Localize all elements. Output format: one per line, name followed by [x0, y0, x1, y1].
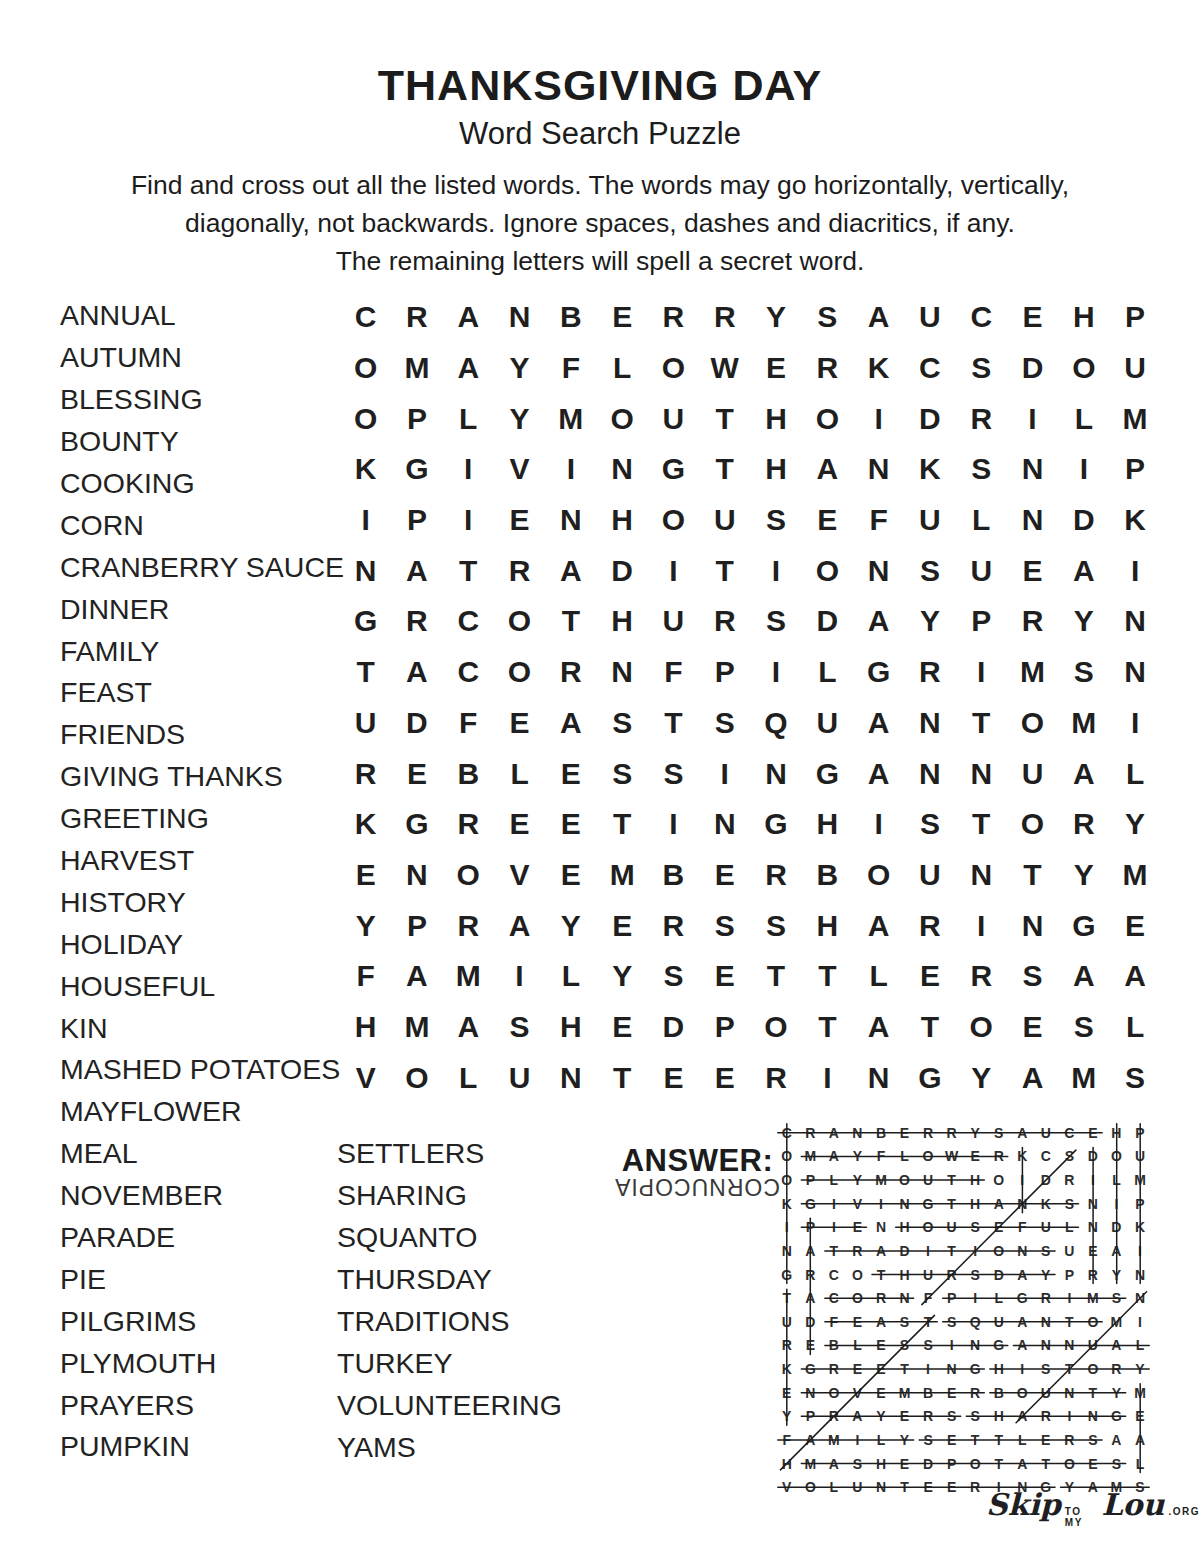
grid-cell-r16c14[interactable]: A [1007, 1052, 1058, 1103]
grid-cell-r13c13[interactable]: I [956, 900, 1007, 951]
grid-cell-r1c10[interactable]: S [802, 292, 853, 343]
answer-cell-r4c14: N [1081, 1192, 1105, 1216]
grid-cell-r3c1[interactable]: O [340, 393, 391, 444]
grid-cell-r10c8[interactable]: I [699, 748, 750, 799]
grid-cell-r8c11[interactable]: G [853, 647, 904, 698]
grid-cell-r8c9[interactable]: I [750, 647, 801, 698]
grid-cell-r16c12[interactable]: G [904, 1052, 955, 1103]
grid-cell-r14c13[interactable]: R [956, 951, 1007, 1002]
grid-cell-r14c11[interactable]: L [853, 951, 904, 1002]
answer-cell-r11c7: I [916, 1357, 940, 1381]
grid-cell-r16c11[interactable]: N [853, 1052, 904, 1103]
word-item-feast: FEAST [60, 672, 344, 714]
grid-cell-r10c1[interactable]: R [340, 748, 391, 799]
grid-cell-r13c12[interactable]: R [904, 900, 955, 951]
grid-cell-r3c4[interactable]: Y [494, 393, 545, 444]
grid-cell-r11c13[interactable]: T [956, 799, 1007, 850]
grid-cell-r3c10[interactable]: O [802, 393, 853, 444]
grid-cell-r5c5[interactable]: N [545, 495, 596, 546]
grid-cell-r4c1[interactable]: K [340, 444, 391, 495]
grid-cell-r5c13[interactable]: L [956, 495, 1007, 546]
grid-cell-r12c14[interactable]: T [1007, 850, 1058, 901]
grid-cell-r12c5[interactable]: E [545, 850, 596, 901]
grid-cell-r7c2[interactable]: R [391, 596, 442, 647]
grid-cell-r4c14[interactable]: N [1007, 444, 1058, 495]
grid-cell-r1c8[interactable]: R [699, 292, 750, 343]
grid-cell-r9c11[interactable]: A [853, 698, 904, 749]
grid-cell-r2c14[interactable]: D [1007, 343, 1058, 394]
grid-cell-r13c11[interactable]: A [853, 900, 904, 951]
grid-cell-r1c12[interactable]: U [904, 292, 955, 343]
grid-cell-r8c6[interactable]: N [596, 647, 647, 698]
grid-cell-r10c16[interactable]: L [1109, 748, 1160, 799]
grid-cell-r2c6[interactable]: L [596, 343, 647, 394]
grid-cell-r10c10[interactable]: G [802, 748, 853, 799]
grid-cell-r3c5[interactable]: M [545, 393, 596, 444]
grid-cell-r6c6[interactable]: D [596, 545, 647, 596]
grid-cell-r5c10[interactable]: E [802, 495, 853, 546]
grid-cell-r11c1[interactable]: K [340, 799, 391, 850]
grid-cell-r4c2[interactable]: G [391, 444, 442, 495]
grid-cell-r12c1[interactable]: E [340, 850, 391, 901]
grid-cell-r7c1[interactable]: G [340, 596, 391, 647]
grid-cell-r16c1[interactable]: V [340, 1052, 391, 1103]
grid-cell-r16c3[interactable]: L [443, 1052, 494, 1103]
grid-cell-r6c11[interactable]: N [853, 545, 904, 596]
grid-cell-r15c11[interactable]: A [853, 1002, 904, 1053]
grid-cell-r11c3[interactable]: R [443, 799, 494, 850]
grid-cell-r14c2[interactable]: A [391, 951, 442, 1002]
grid-cell-r15c9[interactable]: O [750, 1002, 801, 1053]
grid-cell-r9c6[interactable]: S [596, 698, 647, 749]
grid-cell-r11c15[interactable]: R [1058, 799, 1109, 850]
grid-cell-r11c7[interactable]: I [648, 799, 699, 850]
answer-cell-r5c16: K [1128, 1216, 1152, 1240]
grid-cell-r5c2[interactable]: P [391, 495, 442, 546]
grid-cell-r16c13[interactable]: Y [956, 1052, 1007, 1103]
answer-cell-r13c12: R [1034, 1405, 1058, 1429]
grid-cell-r6c2[interactable]: A [391, 545, 442, 596]
grid-cell-r10c7[interactable]: S [648, 748, 699, 799]
grid-cell-r16c7[interactable]: E [648, 1052, 699, 1103]
grid-cell-r15c16[interactable]: L [1109, 1002, 1160, 1053]
answer-cell-r15c13: O [1058, 1452, 1082, 1476]
grid-cell-r15c12[interactable]: T [904, 1002, 955, 1053]
grid-cell-r14c12[interactable]: E [904, 951, 955, 1002]
grid-cell-r8c5[interactable]: R [545, 647, 596, 698]
grid-cell-r9c5[interactable]: A [545, 698, 596, 749]
grid-cell-r7c6[interactable]: H [596, 596, 647, 647]
grid-cell-r16c9[interactable]: R [750, 1052, 801, 1103]
grid-cell-r9c15[interactable]: M [1058, 698, 1109, 749]
grid-cell-r12c9[interactable]: R [750, 850, 801, 901]
grid-cell-r2c16[interactable]: U [1109, 343, 1160, 394]
answer-cell-r2c10: R [987, 1145, 1011, 1169]
grid-cell-r11c2[interactable]: G [391, 799, 442, 850]
grid-cell-r16c16[interactable]: S [1109, 1052, 1160, 1103]
grid-cell-r1c5[interactable]: B [545, 292, 596, 343]
grid-cell-r10c14[interactable]: U [1007, 748, 1058, 799]
grid-cell-r7c8[interactable]: R [699, 596, 750, 647]
grid-cell-r12c16[interactable]: M [1109, 850, 1160, 901]
answer-cell-r6c13: U [1058, 1239, 1082, 1263]
answer-cell-r14c4: I [846, 1428, 870, 1452]
grid-cell-r4c10[interactable]: A [802, 444, 853, 495]
grid-cell-r10c6[interactable]: S [596, 748, 647, 799]
grid-cell-r1c14[interactable]: E [1007, 292, 1058, 343]
grid-cell-r10c12[interactable]: N [904, 748, 955, 799]
grid-cell-r14c16[interactable]: A [1109, 951, 1160, 1002]
answer-cell-r4c2: G [799, 1192, 823, 1216]
grid-cell-r16c4[interactable]: U [494, 1052, 545, 1103]
grid-cell-r6c7[interactable]: I [648, 545, 699, 596]
grid-cell-r9c8[interactable]: S [699, 698, 750, 749]
grid-cell-r1c9[interactable]: Y [750, 292, 801, 343]
grid-cell-r1c16[interactable]: P [1109, 292, 1160, 343]
answer-cell-r6c8: T [940, 1239, 964, 1263]
grid-cell-r9c16[interactable]: I [1109, 698, 1160, 749]
grid-cell-r11c10[interactable]: H [802, 799, 853, 850]
grid-cell-r12c3[interactable]: O [443, 850, 494, 901]
grid-cell-r8c3[interactable]: C [443, 647, 494, 698]
grid-cell-r9c2[interactable]: D [391, 698, 442, 749]
answer-cell-r3c4: Y [846, 1168, 870, 1192]
grid-cell-r14c14[interactable]: S [1007, 951, 1058, 1002]
answer-cell-r15c15: S [1105, 1452, 1129, 1476]
grid-cell-r16c5[interactable]: N [545, 1052, 596, 1103]
grid-cell-r13c6[interactable]: E [596, 900, 647, 951]
grid-cell-r9c1[interactable]: U [340, 698, 391, 749]
grid-cell-r7c4[interactable]: O [494, 596, 545, 647]
grid-cell-r8c13[interactable]: I [956, 647, 1007, 698]
grid-cell-r14c9[interactable]: T [750, 951, 801, 1002]
grid-cell-r3c9[interactable]: H [750, 393, 801, 444]
grid-cell-r14c15[interactable]: A [1058, 951, 1109, 1002]
grid-cell-r15c4[interactable]: S [494, 1002, 545, 1053]
grid-cell-r5c15[interactable]: D [1058, 495, 1109, 546]
grid-cell-r9c12[interactable]: N [904, 698, 955, 749]
grid-cell-r16c8[interactable]: E [699, 1052, 750, 1103]
grid-cell-r13c2[interactable]: P [391, 900, 442, 951]
grid-cell-r6c12[interactable]: S [904, 545, 955, 596]
grid-cell-r11c12[interactable]: S [904, 799, 955, 850]
grid-cell-r13c14[interactable]: N [1007, 900, 1058, 951]
grid-cell-r13c7[interactable]: R [648, 900, 699, 951]
grid-cell-r1c6[interactable]: E [596, 292, 647, 343]
grid-cell-r10c3[interactable]: B [443, 748, 494, 799]
grid-cell-r16c15[interactable]: M [1058, 1052, 1109, 1103]
grid-cell-r4c16[interactable]: P [1109, 444, 1160, 495]
grid-cell-r14c10[interactable]: T [802, 951, 853, 1002]
grid-cell-r1c2[interactable]: R [391, 292, 442, 343]
grid-cell-r3c12[interactable]: D [904, 393, 955, 444]
grid-cell-r12c13[interactable]: N [956, 850, 1007, 901]
grid-cell-r5c7[interactable]: O [648, 495, 699, 546]
grid-cell-r4c4[interactable]: V [494, 444, 545, 495]
grid-cell-r3c13[interactable]: R [956, 393, 1007, 444]
grid-cell-r6c10[interactable]: O [802, 545, 853, 596]
grid-cell-r7c9[interactable]: S [750, 596, 801, 647]
grid-cell-r11c4[interactable]: E [494, 799, 545, 850]
grid-cell-r5c11[interactable]: F [853, 495, 904, 546]
grid-cell-r12c8[interactable]: E [699, 850, 750, 901]
answer-cell-r11c6: T [893, 1357, 917, 1381]
grid-cell-r1c3[interactable]: A [443, 292, 494, 343]
grid-cell-r3c8[interactable]: T [699, 393, 750, 444]
grid-cell-r5c1[interactable]: I [340, 495, 391, 546]
grid-cell-r16c6[interactable]: T [596, 1052, 647, 1103]
grid-cell-r16c10[interactable]: I [802, 1052, 853, 1103]
grid-cell-r12c7[interactable]: B [648, 850, 699, 901]
answer-cell-r13c11: A [1010, 1405, 1034, 1429]
grid-cell-r15c5[interactable]: H [545, 1002, 596, 1053]
grid-cell-r16c2[interactable]: O [391, 1052, 442, 1103]
answer-cell-r11c12: S [1034, 1357, 1058, 1381]
grid-cell-r8c10[interactable]: L [802, 647, 853, 698]
grid-cell-r4c5[interactable]: I [545, 444, 596, 495]
grid-cell-r7c5[interactable]: T [545, 596, 596, 647]
grid-cell-r12c2[interactable]: N [391, 850, 442, 901]
grid-cell-r11c11[interactable]: I [853, 799, 904, 850]
grid-cell-r12c6[interactable]: M [596, 850, 647, 901]
grid-cell-r3c11[interactable]: I [853, 393, 904, 444]
grid-cell-r11c8[interactable]: N [699, 799, 750, 850]
answer-cell-r1c12: U [1034, 1121, 1058, 1145]
grid-cell-r2c3[interactable]: A [443, 343, 494, 394]
grid-cell-r6c8[interactable]: T [699, 545, 750, 596]
grid-cell-r4c13[interactable]: S [956, 444, 1007, 495]
grid-cell-r13c15[interactable]: G [1058, 900, 1109, 951]
answer-cell-r3c5: M [869, 1168, 893, 1192]
grid-cell-r13c1[interactable]: Y [340, 900, 391, 951]
answer-cell-r8c7: F [916, 1286, 940, 1310]
grid-cell-r10c5[interactable]: E [545, 748, 596, 799]
grid-cell-r6c4[interactable]: R [494, 545, 545, 596]
grid-cell-r3c6[interactable]: O [596, 393, 647, 444]
grid-cell-r14c4[interactable]: I [494, 951, 545, 1002]
grid-cell-r15c14[interactable]: E [1007, 1002, 1058, 1053]
grid-cell-r9c10[interactable]: U [802, 698, 853, 749]
answer-cell-r14c9: T [963, 1428, 987, 1452]
grid-cell-r15c15[interactable]: S [1058, 1002, 1109, 1053]
answer-cell-r13c9: S [963, 1405, 987, 1429]
grid-cell-r10c15[interactable]: A [1058, 748, 1109, 799]
grid-cell-r4c9[interactable]: H [750, 444, 801, 495]
grid-cell-r6c1[interactable]: N [340, 545, 391, 596]
grid-cell-r8c15[interactable]: S [1058, 647, 1109, 698]
word-search-grid[interactable]: CRANBERRYSAUCEHPOMAYFLOWERKCSDOUOPLYMOUT… [340, 292, 1161, 1103]
grid-cell-r8c8[interactable]: P [699, 647, 750, 698]
grid-cell-r8c2[interactable]: A [391, 647, 442, 698]
grid-cell-r4c6[interactable]: N [596, 444, 647, 495]
grid-cell-r2c11[interactable]: K [853, 343, 904, 394]
grid-cell-r6c5[interactable]: A [545, 545, 596, 596]
grid-cell-r8c16[interactable]: N [1109, 647, 1160, 698]
grid-cell-r10c13[interactable]: N [956, 748, 1007, 799]
grid-cell-r11c16[interactable]: Y [1109, 799, 1160, 850]
grid-cell-r2c9[interactable]: E [750, 343, 801, 394]
grid-cell-r4c15[interactable]: I [1058, 444, 1109, 495]
grid-cell-r1c4[interactable]: N [494, 292, 545, 343]
grid-cell-r13c3[interactable]: R [443, 900, 494, 951]
answer-cell-r8c4: O [846, 1286, 870, 1310]
grid-cell-r13c10[interactable]: H [802, 900, 853, 951]
grid-cell-r1c15[interactable]: H [1058, 292, 1109, 343]
grid-cell-r2c5[interactable]: F [545, 343, 596, 394]
grid-cell-r8c12[interactable]: R [904, 647, 955, 698]
grid-cell-r8c14[interactable]: M [1007, 647, 1058, 698]
grid-cell-r4c12[interactable]: K [904, 444, 955, 495]
grid-cell-r9c3[interactable]: F [443, 698, 494, 749]
grid-cell-r14c6[interactable]: Y [596, 951, 647, 1002]
grid-cell-r6c15[interactable]: A [1058, 545, 1109, 596]
grid-cell-r6c3[interactable]: T [443, 545, 494, 596]
grid-cell-r3c16[interactable]: M [1109, 393, 1160, 444]
answer-cell-r9c14: O [1081, 1310, 1105, 1334]
answer-cell-r3c3: L [822, 1168, 846, 1192]
grid-cell-r7c14[interactable]: R [1007, 596, 1058, 647]
grid-cell-r9c13[interactable]: T [956, 698, 1007, 749]
grid-cell-r11c5[interactable]: E [545, 799, 596, 850]
grid-cell-r3c14[interactable]: I [1007, 393, 1058, 444]
answer-secret-word: CORNUCOPIA [602, 1173, 792, 1200]
answer-cell-r15c7: D [916, 1452, 940, 1476]
grid-cell-r3c2[interactable]: P [391, 393, 442, 444]
word-item-cooking: COOKING [60, 463, 344, 505]
answer-cell-r10c6: S [893, 1334, 917, 1358]
answer-cell-r9c15: M [1105, 1310, 1129, 1334]
grid-cell-r12c10[interactable]: B [802, 850, 853, 901]
answer-cell-r6c16: I [1128, 1239, 1152, 1263]
answer-cell-r14c14: S [1081, 1428, 1105, 1452]
grid-cell-r1c1[interactable]: C [340, 292, 391, 343]
grid-cell-r2c8[interactable]: W [699, 343, 750, 394]
grid-cell-r12c12[interactable]: U [904, 850, 955, 901]
grid-cell-r5c8[interactable]: U [699, 495, 750, 546]
grid-cell-r2c10[interactable]: R [802, 343, 853, 394]
grid-cell-r1c11[interactable]: A [853, 292, 904, 343]
grid-cell-r15c13[interactable]: O [956, 1002, 1007, 1053]
grid-cell-r10c4[interactable]: L [494, 748, 545, 799]
grid-cell-r11c9[interactable]: G [750, 799, 801, 850]
grid-cell-r5c12[interactable]: U [904, 495, 955, 546]
grid-cell-r7c10[interactable]: D [802, 596, 853, 647]
grid-cell-r13c16[interactable]: E [1109, 900, 1160, 951]
answer-cell-r4c9: H [963, 1192, 987, 1216]
grid-cell-r9c4[interactable]: E [494, 698, 545, 749]
grid-cell-r7c3[interactable]: C [443, 596, 494, 647]
grid-cell-r7c12[interactable]: Y [904, 596, 955, 647]
grid-cell-r2c2[interactable]: M [391, 343, 442, 394]
grid-cell-r5c9[interactable]: S [750, 495, 801, 546]
grid-cell-r8c1[interactable]: T [340, 647, 391, 698]
grid-cell-r6c9[interactable]: I [750, 545, 801, 596]
grid-cell-r13c5[interactable]: Y [545, 900, 596, 951]
grid-cell-r7c7[interactable]: U [648, 596, 699, 647]
grid-cell-r1c13[interactable]: C [956, 292, 1007, 343]
grid-cell-r5c4[interactable]: E [494, 495, 545, 546]
grid-cell-r12c4[interactable]: V [494, 850, 545, 901]
grid-cell-r2c12[interactable]: C [904, 343, 955, 394]
answer-cell-r15c3: A [822, 1452, 846, 1476]
answer-cell-r1c9: Y [963, 1121, 987, 1145]
grid-cell-r5c3[interactable]: I [443, 495, 494, 546]
grid-cell-r15c1[interactable]: H [340, 1002, 391, 1053]
grid-cell-r11c6[interactable]: T [596, 799, 647, 850]
grid-cell-r13c8[interactable]: S [699, 900, 750, 951]
grid-cell-r9c14[interactable]: O [1007, 698, 1058, 749]
grid-cell-r5c6[interactable]: H [596, 495, 647, 546]
grid-cell-r13c4[interactable]: A [494, 900, 545, 951]
grid-cell-r8c7[interactable]: F [648, 647, 699, 698]
grid-cell-r1c7[interactable]: R [648, 292, 699, 343]
grid-cell-r4c3[interactable]: I [443, 444, 494, 495]
grid-cell-r9c7[interactable]: T [648, 698, 699, 749]
word-item-blessing: BLESSING [60, 379, 344, 421]
grid-cell-r4c8[interactable]: T [699, 444, 750, 495]
grid-cell-r4c11[interactable]: N [853, 444, 904, 495]
grid-cell-r14c8[interactable]: E [699, 951, 750, 1002]
grid-cell-r14c1[interactable]: F [340, 951, 391, 1002]
grid-cell-r4c7[interactable]: G [648, 444, 699, 495]
grid-cell-r15c3[interactable]: A [443, 1002, 494, 1053]
grid-cell-r7c16[interactable]: N [1109, 596, 1160, 647]
grid-cell-r3c3[interactable]: L [443, 393, 494, 444]
grid-cell-r15c8[interactable]: P [699, 1002, 750, 1053]
grid-cell-r10c2[interactable]: E [391, 748, 442, 799]
grid-cell-r2c15[interactable]: O [1058, 343, 1109, 394]
grid-cell-r3c7[interactable]: U [648, 393, 699, 444]
answer-cell-r1c3: A [822, 1121, 846, 1145]
answer-cell-r8c9: I [963, 1286, 987, 1310]
grid-cell-r15c2[interactable]: M [391, 1002, 442, 1053]
answer-cell-r12c4: V [846, 1381, 870, 1405]
grid-cell-r5c16[interactable]: K [1109, 495, 1160, 546]
answer-cell-r1c10: S [987, 1121, 1011, 1145]
grid-cell-r6c16[interactable]: I [1109, 545, 1160, 596]
grid-cell-r9c9[interactable]: Q [750, 698, 801, 749]
grid-cell-r7c13[interactable]: P [956, 596, 1007, 647]
answer-cell-r2c11: K [1010, 1145, 1034, 1169]
grid-cell-r7c15[interactable]: Y [1058, 596, 1109, 647]
grid-cell-r14c3[interactable]: M [443, 951, 494, 1002]
grid-cell-r11c14[interactable]: O [1007, 799, 1058, 850]
grid-cell-r14c7[interactable]: S [648, 951, 699, 1002]
grid-cell-r2c1[interactable]: O [340, 343, 391, 394]
grid-cell-r6c14[interactable]: E [1007, 545, 1058, 596]
grid-cell-r15c6[interactable]: E [596, 1002, 647, 1053]
grid-cell-r12c11[interactable]: O [853, 850, 904, 901]
grid-cell-r14c5[interactable]: L [545, 951, 596, 1002]
grid-cell-r13c9[interactable]: S [750, 900, 801, 951]
grid-cell-r2c13[interactable]: S [956, 343, 1007, 394]
answer-cell-r15c14: E [1081, 1452, 1105, 1476]
grid-cell-r8c4[interactable]: O [494, 647, 545, 698]
grid-cell-r6c13[interactable]: U [956, 545, 1007, 596]
grid-cell-r15c10[interactable]: T [802, 1002, 853, 1053]
answer-cell-r8c13: I [1058, 1286, 1082, 1310]
grid-cell-r15c7[interactable]: D [648, 1002, 699, 1053]
answer-cell-r5c9: S [963, 1216, 987, 1240]
grid-cell-r3c15[interactable]: L [1058, 393, 1109, 444]
grid-cell-r5c14[interactable]: N [1007, 495, 1058, 546]
grid-cell-r2c7[interactable]: O [648, 343, 699, 394]
grid-cell-r7c11[interactable]: A [853, 596, 904, 647]
grid-cell-r10c11[interactable]: A [853, 748, 904, 799]
grid-cell-r12c15[interactable]: Y [1058, 850, 1109, 901]
grid-cell-r2c4[interactable]: Y [494, 343, 545, 394]
grid-cell-r10c9[interactable]: N [750, 748, 801, 799]
